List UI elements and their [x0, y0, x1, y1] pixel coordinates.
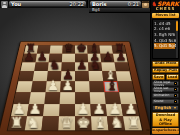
black-king: ♚ — [75, 42, 88, 54]
square-b2[interactable]: ♟ — [27, 104, 44, 117]
square-d4[interactable]: ♟ — [60, 81, 75, 92]
white-rook: ♜ — [125, 115, 142, 130]
white-pawn: ♟ — [46, 79, 61, 92]
white-pawn: ♟ — [11, 102, 27, 117]
black-bishop: ♝ — [88, 42, 101, 54]
option-label: Show last move — [154, 87, 174, 93]
checkbox[interactable] — [174, 88, 177, 91]
board-stage: ♜♛♚♝♜♟♟♟♟♟♞♟♞♟♝♟♟♝♟♟♟♟♟♟♜♞♛♚♝♞♜ — [0, 8, 150, 135]
square-b3[interactable] — [29, 92, 46, 104]
square-h1[interactable]: ♜ — [123, 116, 142, 130]
square-g1[interactable]: ♞ — [107, 116, 125, 130]
chess-board[interactable]: ♜♛♚♝♜♟♟♟♟♟♞♟♞♟♝♟♟♝♟♟♟♟♟♟♜♞♛♚♝♞♜ — [7, 45, 144, 131]
download-play-offline-button[interactable]: Download & Play Offline — [152, 112, 179, 127]
square-c8[interactable] — [50, 45, 63, 53]
moves-scrollbar[interactable] — [176, 20, 178, 58]
square-f8[interactable]: ♝ — [87, 45, 100, 53]
square-g4[interactable]: ♝ — [103, 81, 119, 92]
white-pawn: ♟ — [123, 102, 139, 117]
square-h8[interactable]: ♜ — [112, 45, 126, 53]
square-e4[interactable] — [75, 81, 90, 92]
checkbox[interactable] — [174, 82, 177, 85]
square-a4[interactable] — [16, 81, 32, 92]
square-f3[interactable] — [90, 92, 106, 104]
square-c6[interactable]: ♞ — [48, 62, 62, 71]
square-g5[interactable]: ♝ — [102, 71, 117, 81]
language-dropdown[interactable]: English ▾ — [152, 105, 179, 111]
move-row[interactable]: 3. Bg5 Nf6 — [154, 32, 175, 38]
option-row[interactable]: Sound — [152, 99, 179, 104]
white-avatar — [1, 1, 8, 8]
white-pawn: ♟ — [91, 102, 107, 117]
square-d3[interactable] — [60, 92, 75, 104]
sparkchess-logo: ♞SPARK CHESS — [151, 0, 180, 13]
black-last-move: Bg4 — [92, 8, 100, 12]
square-f2[interactable]: ♟ — [90, 104, 107, 117]
square-c2[interactable] — [43, 104, 60, 117]
square-a6[interactable] — [21, 62, 36, 71]
square-b6[interactable] — [34, 62, 49, 71]
undo-move-button[interactable]: Undo Move — [152, 61, 179, 67]
square-a3[interactable] — [14, 92, 31, 104]
square-h2[interactable]: ♟ — [121, 104, 139, 117]
square-b1[interactable]: ♞ — [25, 116, 43, 130]
white-knight: ♞ — [25, 115, 42, 130]
white-king: ♚ — [75, 115, 92, 130]
option-row[interactable]: Show last move — [152, 87, 179, 92]
chess-board-frame: ♜♛♚♝♜♟♟♟♟♟♞♟♞♟♝♟♟♝♟♟♟♟♟♟♜♞♛♚♝♞♜ — [0, 41, 150, 135]
option-label: Animation — [154, 94, 169, 97]
black-rook: ♜ — [113, 42, 126, 54]
checkbox[interactable] — [174, 94, 177, 97]
moves-scrollbar-thumb[interactable] — [176, 21, 178, 31]
site-link[interactable]: www.sparkchess.com — [152, 128, 179, 134]
white-clock: You 20:22 — [9, 1, 86, 7]
square-c7[interactable] — [49, 53, 63, 62]
square-f6[interactable]: ♞ — [88, 62, 102, 71]
square-f5[interactable] — [89, 71, 104, 81]
black-player-name: Boris — [92, 2, 106, 7]
black-bishop: ♝ — [104, 79, 119, 92]
square-c4[interactable]: ♟ — [46, 81, 61, 92]
square-h5[interactable] — [116, 71, 132, 81]
logo-line2: CHESS — [156, 7, 176, 11]
square-b5[interactable] — [33, 71, 48, 81]
square-d7[interactable] — [62, 53, 75, 62]
white-rook: ♜ — [8, 115, 25, 130]
square-c5[interactable] — [47, 71, 62, 81]
language-value: English — [155, 106, 171, 110]
option-label: Sound — [154, 100, 163, 103]
moves-list-header: Moves list — [152, 13, 179, 18]
move-row[interactable]: 5. Qd1 Bg4 — [154, 43, 175, 49]
square-c1[interactable] — [42, 116, 59, 130]
square-h6[interactable] — [114, 62, 129, 71]
white-bishop: ♝ — [92, 115, 109, 130]
square-e5[interactable] — [75, 71, 89, 81]
black-avatar — [142, 1, 149, 8]
square-e1[interactable]: ♚ — [75, 116, 92, 130]
sidebar: ♞SPARK CHESS Moves list 1. d4 d52. c4 e6… — [150, 0, 180, 135]
square-c3[interactable] — [44, 92, 60, 104]
square-e2[interactable]: ♟ — [75, 104, 91, 117]
square-d8[interactable]: ♛ — [62, 45, 75, 53]
square-b4[interactable] — [31, 81, 47, 92]
square-h3[interactable] — [119, 92, 136, 104]
square-e3[interactable] — [75, 92, 90, 104]
square-e8[interactable]: ♚ — [75, 45, 88, 53]
white-time: 20:22 — [70, 2, 84, 7]
square-h4[interactable] — [117, 81, 133, 92]
square-b7[interactable]: ♟ — [36, 53, 50, 62]
moves-list[interactable]: 1. d4 d52. c4 e63. Bg5 Nf64. Qb3 Nc65. Q… — [152, 19, 179, 59]
white-pawn: ♟ — [27, 102, 43, 117]
white-player-name: You — [11, 2, 21, 7]
black-rook: ♜ — [24, 42, 37, 54]
square-d6[interactable] — [61, 62, 75, 71]
black-queen: ♛ — [62, 42, 75, 54]
square-b8[interactable] — [37, 45, 51, 53]
square-f1[interactable]: ♝ — [91, 116, 108, 130]
option-row[interactable]: Animation — [152, 93, 179, 98]
white-pawn: ♟ — [60, 79, 75, 92]
chevron-down-icon: ▾ — [174, 106, 176, 110]
square-d2[interactable] — [59, 104, 75, 117]
black-time: 0:21 — [128, 2, 139, 7]
black-last-move-bar: Bg4 — [89, 8, 150, 13]
white-player-bar: You 20:22 — [0, 0, 88, 8]
white-pawn: ♟ — [75, 102, 91, 117]
square-f7[interactable]: ♟ — [88, 53, 102, 62]
white-queen: ♛ — [58, 115, 75, 130]
square-h7[interactable]: ♟ — [113, 53, 127, 62]
square-e7[interactable] — [75, 53, 88, 62]
checkbox[interactable] — [174, 100, 177, 103]
options-panel: Show legal movesShow last moveAnimationS… — [151, 81, 180, 105]
square-e6[interactable]: ♟ — [75, 62, 89, 71]
square-d5[interactable]: ♟ — [61, 71, 75, 81]
square-d1[interactable]: ♛ — [58, 116, 75, 130]
square-f4[interactable] — [89, 81, 104, 92]
